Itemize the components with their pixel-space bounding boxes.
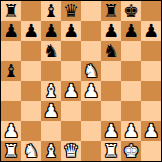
- square-b5[interactable]: [21, 61, 41, 81]
- square-d6[interactable]: [61, 41, 81, 61]
- square-h7[interactable]: ♟: [141, 21, 161, 41]
- black-rook-icon: ♜: [3, 1, 19, 21]
- white-rook-icon: ♜: [103, 141, 119, 161]
- square-d7[interactable]: ♟: [61, 21, 81, 41]
- square-g1[interactable]: ♚: [121, 141, 141, 161]
- white-pawn-icon: ♟: [3, 121, 19, 141]
- square-a6[interactable]: [1, 41, 21, 61]
- square-h2[interactable]: ♟: [141, 121, 161, 141]
- square-c7[interactable]: ♟: [41, 21, 61, 41]
- square-f4[interactable]: [101, 81, 121, 101]
- black-pawn-icon: ♟: [103, 21, 119, 41]
- square-a7[interactable]: ♟: [1, 21, 21, 41]
- square-a1[interactable]: ♜: [1, 141, 21, 161]
- square-f5[interactable]: [101, 61, 121, 81]
- square-b3[interactable]: [21, 101, 41, 121]
- black-knight-icon: ♞: [43, 41, 59, 61]
- square-h1[interactable]: [141, 141, 161, 161]
- white-pawn-icon: ♟: [143, 121, 159, 141]
- square-b1[interactable]: ♞: [21, 141, 41, 161]
- white-queen-icon: ♛: [63, 141, 79, 161]
- square-c5[interactable]: [41, 61, 61, 81]
- black-king-icon: ♚: [123, 1, 139, 21]
- square-b2[interactable]: [21, 121, 41, 141]
- square-e3[interactable]: [81, 101, 101, 121]
- square-a8[interactable]: ♜: [1, 1, 21, 21]
- square-c3[interactable]: ♟: [41, 101, 61, 121]
- black-rook-icon: ♜: [103, 1, 119, 21]
- square-d3[interactable]: [61, 101, 81, 121]
- square-g6[interactable]: [121, 41, 141, 61]
- square-f2[interactable]: ♟: [101, 121, 121, 141]
- square-f6[interactable]: ♞: [101, 41, 121, 61]
- square-g3[interactable]: [121, 101, 141, 121]
- square-c4[interactable]: ♝: [41, 81, 61, 101]
- square-b8[interactable]: [21, 1, 41, 21]
- black-knight-icon: ♞: [103, 41, 119, 61]
- square-h8[interactable]: [141, 1, 161, 21]
- square-d1[interactable]: ♛: [61, 141, 81, 161]
- square-a2[interactable]: ♟: [1, 121, 21, 141]
- square-c6[interactable]: ♞: [41, 41, 61, 61]
- square-a4[interactable]: [1, 81, 21, 101]
- square-d2[interactable]: [61, 121, 81, 141]
- square-b4[interactable]: [21, 81, 41, 101]
- square-b7[interactable]: ♟: [21, 21, 41, 41]
- white-pawn-icon: ♟: [123, 121, 139, 141]
- square-h6[interactable]: [141, 41, 161, 61]
- square-h4[interactable]: [141, 81, 161, 101]
- black-pawn-icon: ♟: [23, 21, 39, 41]
- white-rook-icon: ♜: [3, 141, 19, 161]
- square-e1[interactable]: [81, 141, 101, 161]
- square-e2[interactable]: [81, 121, 101, 141]
- black-pawn-icon: ♟: [63, 21, 79, 41]
- black-queen-icon: ♛: [63, 1, 79, 21]
- square-g7[interactable]: ♟: [121, 21, 141, 41]
- square-d8[interactable]: ♛: [61, 1, 81, 21]
- black-pawn-icon: ♟: [43, 21, 59, 41]
- square-g5[interactable]: [121, 61, 141, 81]
- square-h3[interactable]: [141, 101, 161, 121]
- square-c8[interactable]: ♝: [41, 1, 61, 21]
- black-bishop-icon: ♝: [3, 61, 19, 81]
- square-e4[interactable]: ♟: [81, 81, 101, 101]
- black-bishop-icon: ♝: [43, 1, 59, 21]
- square-c2[interactable]: [41, 121, 61, 141]
- square-g2[interactable]: ♟: [121, 121, 141, 141]
- white-pawn-icon: ♟: [103, 121, 119, 141]
- black-pawn-icon: ♟: [143, 21, 159, 41]
- square-g8[interactable]: ♚: [121, 1, 141, 21]
- white-knight-icon: ♞: [83, 61, 99, 81]
- white-knight-icon: ♞: [23, 141, 39, 161]
- black-pawn-icon: ♟: [123, 21, 139, 41]
- white-pawn-icon: ♟: [63, 81, 79, 101]
- square-f8[interactable]: ♜: [101, 1, 121, 21]
- white-pawn-icon: ♟: [43, 101, 59, 121]
- square-e6[interactable]: [81, 41, 101, 61]
- square-h5[interactable]: [141, 61, 161, 81]
- square-c1[interactable]: ♝: [41, 141, 61, 161]
- square-g4[interactable]: [121, 81, 141, 101]
- square-d5[interactable]: [61, 61, 81, 81]
- square-e8[interactable]: [81, 1, 101, 21]
- square-f7[interactable]: ♟: [101, 21, 121, 41]
- square-a3[interactable]: [1, 101, 21, 121]
- white-bishop-icon: ♝: [43, 81, 59, 101]
- chess-board: ♜♝♛♜♚♟♟♟♟♟♟♟♞♞♝♞♝♟♟♟♟♟♟♟♜♞♝♛♜♚: [0, 0, 162, 162]
- square-a5[interactable]: ♝: [1, 61, 21, 81]
- white-bishop-icon: ♝: [43, 141, 59, 161]
- square-f3[interactable]: [101, 101, 121, 121]
- square-e7[interactable]: [81, 21, 101, 41]
- square-d4[interactable]: ♟: [61, 81, 81, 101]
- square-e5[interactable]: ♞: [81, 61, 101, 81]
- white-pawn-icon: ♟: [83, 81, 99, 101]
- square-b6[interactable]: [21, 41, 41, 61]
- white-king-icon: ♚: [123, 141, 139, 161]
- square-f1[interactable]: ♜: [101, 141, 121, 161]
- black-pawn-icon: ♟: [3, 21, 19, 41]
